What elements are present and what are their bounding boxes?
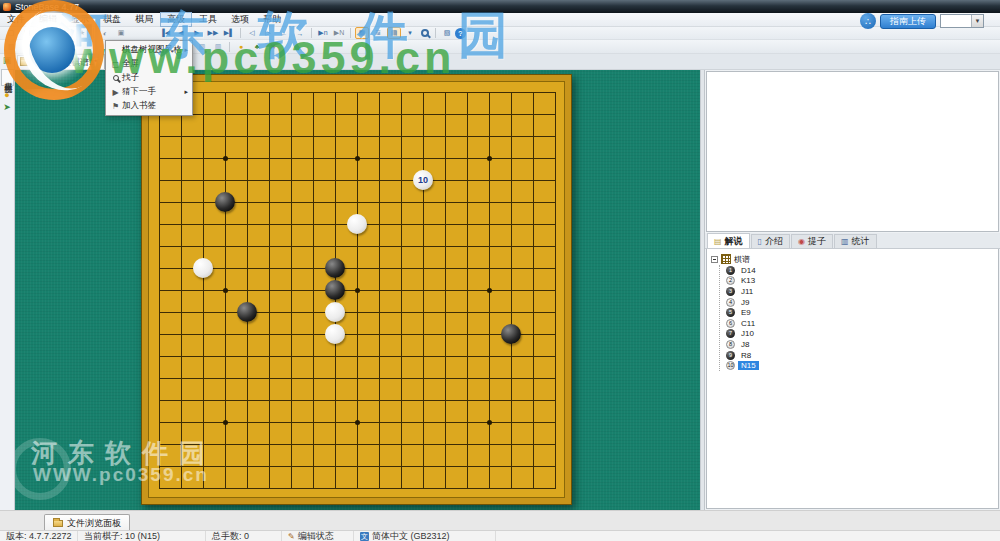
move-tree-item-R8[interactable]: 9R8 [726, 350, 998, 361]
layout-icon-2[interactable]: ▥ [20, 41, 34, 53]
green-arrow-icon[interactable]: ➤ [3, 101, 11, 113]
move-coord-label: K13 [738, 276, 758, 285]
document-tab-active[interactable]: 新建棋谱1* [35, 54, 105, 69]
dock-panel-icon[interactable]: ▣ [3, 54, 12, 66]
autoplay-icon[interactable]: ▶N [332, 27, 346, 39]
move-coord-label: J10 [738, 329, 757, 338]
move-coord-label: D14 [738, 266, 759, 275]
menu-item-1[interactable]: 文件 [0, 12, 32, 27]
toolbar-separator [54, 28, 55, 38]
menu-item-3[interactable]: 显示 [64, 12, 96, 27]
white-stone-icon: 2 [726, 276, 735, 285]
layout-icon-1[interactable]: ▥ [4, 41, 18, 53]
menu-item-9[interactable]: 帮助 [256, 12, 288, 27]
star-point [355, 156, 360, 161]
status-edit-state: ✎ 编辑状态 [282, 531, 354, 541]
open-file-icon[interactable]: ▤ [20, 27, 34, 39]
file-browser-tab-label: 文件浏览面板 [67, 517, 121, 530]
note-icon: ▤ [714, 237, 722, 246]
menu-option-3[interactable]: 找子 [106, 71, 192, 85]
advanced-menu-dropdown: 棋盘树视图风格▸▢全屏找子▶猜下一手▸⚑加入书签 [105, 40, 193, 116]
star-point [223, 288, 228, 293]
yellow-dot-icon[interactable]: ● [4, 89, 9, 101]
move-tree-root[interactable]: 棋谱 [711, 253, 998, 265]
pencil-icon: ✎ [288, 532, 295, 541]
right-panel-tab-label: 提子 [808, 235, 826, 248]
fast-forward-icon[interactable]: ▶▶ [206, 27, 220, 39]
save-icon[interactable]: ▽ [36, 27, 50, 39]
stone-D14[interactable] [215, 192, 235, 212]
move-coord-label: C11 [738, 319, 758, 328]
collapse-icon[interactable] [711, 256, 718, 263]
right-panel: ▤解说▯介绍◉提子▥统计 棋谱 1D142K133J114J95E96C117J… [704, 70, 1000, 510]
right-panel-tab-label: 介绍 [765, 235, 783, 248]
stone-J11[interactable] [325, 258, 345, 278]
right-panel-tab-4[interactable]: ▥统计 [834, 234, 877, 248]
prev-move-icon[interactable]: ◀ [174, 27, 188, 39]
star-point [487, 288, 492, 293]
magnifier-icon [109, 75, 122, 81]
white-stone-icon: 6 [726, 319, 735, 328]
status-current-stone: 当前棋子: 10 (N15) [78, 531, 206, 541]
menu-item-7[interactable]: 工具 [192, 12, 224, 27]
white-stone-icon: 8 [726, 340, 735, 349]
black-stone-icon: 9 [726, 351, 735, 360]
yellow-marker-icon[interactable]: ● [234, 41, 248, 53]
flag-icon: ⚑ [109, 102, 122, 111]
move-tree-item-C11[interactable]: 6C11 [726, 318, 998, 329]
info-icon: ▯ [758, 237, 762, 246]
right-panel-tab-label: 统计 [852, 235, 870, 248]
stone-J9[interactable] [325, 302, 345, 322]
grid-icon[interactable]: ▣ [114, 27, 128, 39]
view-dropdown-icon[interactable]: ▾ [403, 27, 417, 39]
menu-option-1[interactable]: 棋盘树视图风格▸ [106, 43, 192, 57]
star-point [355, 420, 360, 425]
file-browser-tab[interactable]: 文件浏览面板 [44, 514, 130, 531]
move-coord-label: J8 [738, 340, 752, 349]
move-tree-item-D14[interactable]: 1D14 [726, 265, 998, 276]
move-number-label: 10 [418, 175, 428, 185]
toolbar-separator [240, 28, 241, 38]
edit-icon[interactable]: ✎ [59, 27, 73, 39]
toolbar-separator [350, 28, 351, 38]
stone-J8[interactable] [325, 324, 345, 344]
menu-option-label: 全屏 [122, 58, 188, 70]
submenu-arrow-icon: ▸ [184, 46, 188, 54]
stone-C11[interactable] [193, 258, 213, 278]
menu-option-label: 棋盘树视图风格 [122, 44, 184, 56]
list-view-toggle-icon[interactable]: ≣ [371, 27, 385, 39]
bookmark-icon[interactable]: ⚑ [59, 41, 73, 53]
toolbar-separator [311, 28, 312, 38]
last-move-icon[interactable]: ▶▌ [222, 27, 236, 39]
right-panel-tab-label: 解说 [725, 235, 743, 248]
menu-item-4[interactable]: 棋盘 [96, 12, 128, 27]
submenu-arrow-icon: ▸ [184, 88, 188, 96]
stone-K13[interactable] [347, 214, 367, 234]
document-icon [42, 57, 50, 67]
picture-icon-1[interactable]: ▥ [195, 41, 209, 53]
status-version: 版本: 4.7.7.2272 [0, 531, 78, 541]
picture-icon-2[interactable]: ▥ [211, 41, 225, 53]
menu-item-5[interactable]: 棋局 [128, 12, 160, 27]
panel-tab-button[interactable] [17, 55, 33, 69]
move-coord-label: J9 [738, 298, 752, 307]
search-combobox-field[interactable] [941, 15, 971, 27]
move-tree-item-J10[interactable]: 7J10 [726, 329, 998, 340]
star-point [223, 420, 228, 425]
status-encoding: 文 简体中文 (GB2312) [354, 531, 496, 541]
star-point [487, 420, 492, 425]
stone-J10[interactable] [325, 280, 345, 300]
move-tree-item-N15[interactable]: 10N15 [726, 360, 998, 371]
menu-bar: 文件编辑显示棋盘棋局高级工具选项帮助 [0, 13, 1000, 27]
find-stone-icon[interactable] [421, 29, 429, 37]
board-background: 10 河东软件园 WWW.pc0359.cn [15, 70, 700, 510]
search-combobox[interactable]: ▼ [940, 14, 984, 28]
move-tree-item-J9[interactable]: 4J9 [726, 297, 998, 308]
white-stone-icon: 4 [726, 298, 735, 307]
menu-option-5[interactable]: ⚑加入书签 [106, 99, 192, 113]
move-coord-label: E9 [738, 308, 754, 317]
menu-option-2[interactable]: ▢全屏 [106, 57, 192, 71]
info-panel-toggle-icon[interactable]: ▤ [387, 27, 401, 39]
favorite-icon[interactable]: ★ [75, 27, 89, 39]
menu-option-label: 找子 [122, 72, 188, 84]
status-total-moves: 总手数: 0 [206, 531, 282, 541]
right-panel-tab-2[interactable]: ▯介绍 [751, 234, 790, 248]
commentary-area[interactable] [706, 71, 999, 232]
first-move-icon[interactable]: ▐◀ [158, 27, 172, 39]
star-point [487, 156, 492, 161]
move-tree-item-E9[interactable]: 5E9 [726, 307, 998, 318]
folder-icon [20, 59, 30, 66]
folder-icon [53, 520, 63, 527]
menu-item-6[interactable]: 高级 [160, 12, 192, 27]
play-icon: ▶ [109, 88, 122, 97]
capture-view-icon[interactable]: ▧ [440, 27, 454, 39]
move-tree-panel: 棋谱 1D142K133J114J95E96C117J108J89R810N15 [706, 249, 999, 509]
toolbar-separator [93, 28, 94, 38]
move-list: 1D142K133J114J95E96C117J108J89R810N15 [719, 265, 998, 371]
toolbar-separator [38, 42, 39, 52]
left-dock-strip: ▣ 棋盘树视图 ● ➤ [0, 54, 15, 510]
help-icon[interactable]: ? [455, 28, 466, 39]
capture-stones-icon: ◉ [798, 237, 805, 246]
menu-option-4[interactable]: ▶猜下一手▸ [106, 85, 192, 99]
next-branch-icon[interactable]: ▷ [261, 27, 275, 39]
language-icon: 文 [360, 532, 369, 541]
toolbar-separator [229, 42, 230, 52]
go-board-grid[interactable]: 10 [159, 92, 556, 489]
black-stone-icon: 7 [726, 329, 735, 338]
back-icon[interactable]: ← [277, 27, 291, 39]
move-tree-item-J11[interactable]: 3J11 [726, 286, 998, 297]
toolbar-separator [435, 28, 436, 38]
game-record-icon [721, 254, 731, 264]
forward-icon[interactable]: → [293, 27, 307, 39]
status-spacer [496, 531, 1000, 541]
white-stone-icon: 10 [726, 361, 735, 370]
right-panel-tabs: ▤解说▯介绍◉提子▥统计 [705, 233, 1000, 249]
move-coord-label: N15 [738, 361, 759, 370]
move-coord-label: J11 [738, 287, 756, 296]
annotate-icon[interactable]: ✎ [43, 41, 57, 53]
main-area: 10 河东软件园 WWW.pc0359.cn ▤解说▯介绍◉提子▥统计 棋谱 1… [15, 70, 1000, 510]
next-move-icon[interactable]: ▶ [190, 27, 204, 39]
black-stone-icon: 1 [726, 266, 735, 275]
delete-icon[interactable]: ✖ [266, 41, 280, 53]
watermark-site-url-bottom: WWW.pc0359.cn [33, 464, 209, 486]
play-n-moves-icon[interactable]: ▶n [316, 27, 330, 39]
main-toolbar: ▢▤▽✎★◐▣ ▐◀◀▶▶▶▶▌◁▷←→▶n▶N▦≣▤▾▧? [0, 27, 1000, 40]
prev-branch-icon[interactable]: ◁ [245, 27, 259, 39]
new-file-icon[interactable]: ▢ [4, 27, 18, 39]
menu-option-label: 猜下一手 [122, 86, 184, 98]
bottom-band: 文件浏览面板 [0, 510, 1000, 530]
move-tree-item-J8[interactable]: 8J8 [726, 339, 998, 350]
status-bar: 版本: 4.7.7.2272 当前棋子: 10 (N15) 总手数: 0 ✎ 编… [0, 530, 1000, 541]
stats-icon: ▥ [841, 237, 849, 246]
menu-option-label: 加入书签 [122, 100, 188, 112]
upload-cluster: ∴ 指南上传 ▼ [860, 12, 984, 30]
app-icon [3, 3, 11, 11]
move-tree-item-K13[interactable]: 2K13 [726, 276, 998, 287]
board-tree-toggle-icon[interactable]: ▦ [355, 27, 369, 39]
stone-N15[interactable]: 10 [413, 170, 433, 190]
window-title: StoneBase 4.77 [15, 2, 79, 12]
screen-icon: ▢ [109, 60, 122, 69]
black-stone-icon: 3 [726, 287, 735, 296]
stone-R8[interactable] [501, 324, 521, 344]
upload-button[interactable]: 指南上传 [880, 14, 936, 29]
chevron-down-icon[interactable]: ▼ [971, 15, 983, 27]
menu-item-2[interactable]: 编辑 [32, 12, 64, 27]
menu-item-8[interactable]: 选项 [224, 12, 256, 27]
right-panel-tab-1[interactable]: ▤解说 [707, 233, 750, 248]
board-tree-vertical-tab[interactable]: 棋盘树视图 [1, 69, 14, 86]
document-tab-label: 新建棋谱1* [53, 56, 98, 69]
board-style-icon[interactable]: ◐ [98, 27, 112, 39]
move-coord-label: R8 [738, 351, 754, 360]
share-icon[interactable]: ∴ [860, 13, 876, 29]
move-tree-root-label: 棋谱 [734, 254, 750, 265]
tree-icon[interactable]: ♣ [250, 41, 264, 53]
star-point [355, 288, 360, 293]
stone-E9[interactable] [237, 302, 257, 322]
right-panel-tab-3[interactable]: ◉提子 [791, 234, 833, 248]
black-stone-icon: 5 [726, 308, 735, 317]
star-point [223, 156, 228, 161]
